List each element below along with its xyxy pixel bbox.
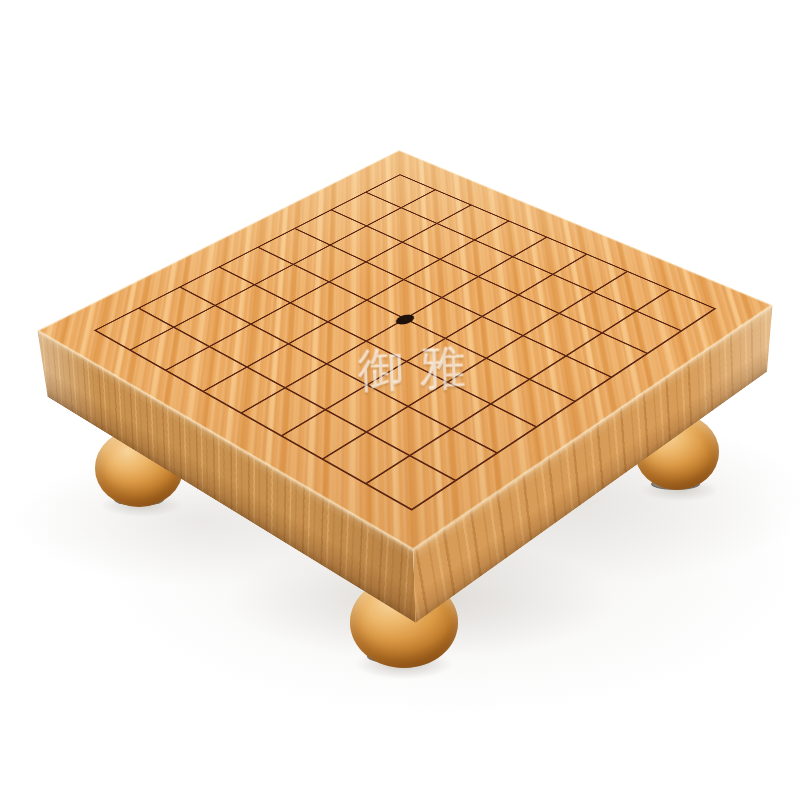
grid-cell (566, 333, 646, 377)
grid-cell (243, 388, 326, 435)
grid-cell (523, 314, 601, 356)
board-top-surface (38, 150, 773, 550)
grid-cell (486, 336, 566, 380)
grid-cell (367, 319, 445, 361)
go-board (38, 150, 773, 550)
grid-cell (445, 317, 523, 359)
grid-cell (367, 407, 451, 456)
grid-cell (288, 322, 366, 364)
grid-cell (602, 311, 680, 353)
grid-cell (247, 344, 327, 388)
grid-cell (327, 342, 407, 386)
grid-cell (408, 383, 491, 430)
grid-cell (367, 456, 454, 509)
grid-cell (407, 339, 487, 383)
grid-cell (367, 362, 448, 407)
grid-cell (324, 433, 410, 484)
board-perspective (0, 0, 800, 800)
grid-cell (283, 410, 367, 459)
grid-cell (448, 359, 529, 404)
grid-cell (410, 430, 496, 481)
board-camera-roll (0, 0, 800, 800)
grid-cell (131, 328, 209, 371)
grid-cell (325, 386, 408, 433)
grid-cell (451, 404, 535, 453)
grid-cell (285, 365, 366, 411)
grid-cell (167, 347, 247, 391)
grid-cell (204, 367, 285, 413)
grid-cell (491, 380, 574, 427)
grid-cell (529, 356, 610, 401)
grid-cell (210, 325, 288, 368)
product-photo-scene: 御雅 (0, 0, 800, 800)
